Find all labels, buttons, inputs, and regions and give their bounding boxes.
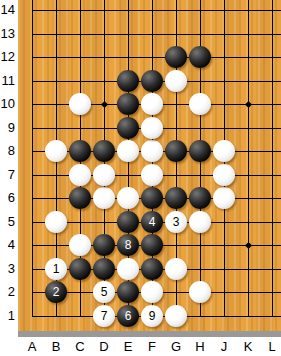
row-label-8: 8 — [0, 139, 15, 163]
white-stone-G3[interactable] — [165, 258, 187, 280]
col-label-D: D — [92, 338, 116, 355]
white-stone-J8[interactable] — [213, 140, 235, 162]
move-number-label: 7 — [101, 305, 108, 327]
black-stone-E10[interactable] — [117, 93, 139, 115]
black-stone-C3[interactable] — [69, 258, 91, 280]
move-number-label: 4 — [149, 211, 156, 233]
black-stone-C6[interactable] — [69, 187, 91, 209]
move-number-label: 6 — [125, 305, 132, 327]
white-stone-D2[interactable]: 5 — [93, 281, 115, 303]
white-stone-C10[interactable] — [69, 93, 91, 115]
black-stone-E2[interactable] — [117, 281, 139, 303]
white-stone-G1[interactable] — [165, 305, 187, 327]
white-stone-H5[interactable] — [189, 211, 211, 233]
col-label-B: B — [44, 338, 68, 355]
white-stone-J7[interactable] — [213, 164, 235, 186]
col-label-L: L — [260, 338, 281, 355]
move-number-label: 2 — [53, 281, 60, 303]
black-stone-B2[interactable]: 2 — [45, 281, 67, 303]
white-stone-F7[interactable] — [141, 164, 163, 186]
black-stone-G12[interactable] — [165, 46, 187, 68]
white-stone-D1[interactable]: 7 — [93, 305, 115, 327]
black-stone-H6[interactable] — [189, 187, 211, 209]
move-number-label: 9 — [149, 305, 156, 327]
white-stone-E6[interactable] — [117, 187, 139, 209]
black-stone-C8[interactable] — [69, 140, 91, 162]
col-label-C: C — [68, 338, 92, 355]
white-stone-F1[interactable]: 9 — [141, 305, 163, 327]
white-stone-J6[interactable] — [213, 187, 235, 209]
white-stone-G11[interactable] — [165, 70, 187, 92]
move-number-label: 3 — [173, 211, 180, 233]
row-label-3: 3 — [0, 257, 15, 281]
black-stone-F5[interactable]: 4 — [141, 211, 163, 233]
white-stone-H10[interactable] — [189, 93, 211, 115]
white-stone-H2[interactable] — [189, 281, 211, 303]
black-stone-E1[interactable]: 6 — [117, 305, 139, 327]
black-stone-G8[interactable] — [165, 140, 187, 162]
col-label-E: E — [116, 338, 140, 355]
row-coordinate-strip: 1413121110987654321 — [0, 0, 18, 356]
white-stone-B8[interactable] — [45, 140, 67, 162]
row-label-4: 4 — [0, 233, 15, 257]
row-label-6: 6 — [0, 186, 15, 210]
white-stone-F2[interactable] — [141, 281, 163, 303]
row-label-14: 14 — [0, 0, 15, 22]
row-label-12: 12 — [0, 45, 15, 69]
black-stone-F4[interactable] — [141, 234, 163, 256]
row-label-2: 2 — [0, 280, 15, 304]
white-stone-D6[interactable] — [93, 187, 115, 209]
row-label-11: 11 — [0, 69, 15, 93]
move-number-label: 5 — [101, 281, 108, 303]
go-app-window: 268417593 1413121110987654321 ABCDEFGHJK… — [0, 0, 281, 356]
black-stone-E5[interactable] — [117, 211, 139, 233]
star-point-K10 — [244, 100, 251, 107]
col-label-K: K — [236, 338, 260, 355]
black-stone-D3[interactable] — [93, 258, 115, 280]
col-label-H: H — [188, 338, 212, 355]
move-number-label: 1 — [53, 258, 60, 280]
white-stone-D7[interactable] — [93, 164, 115, 186]
black-stone-E4[interactable]: 8 — [117, 234, 139, 256]
col-label-G: G — [164, 338, 188, 355]
white-stone-G5[interactable]: 3 — [165, 211, 187, 233]
black-stone-H8[interactable] — [189, 140, 211, 162]
white-stone-F8[interactable] — [141, 140, 163, 162]
row-label-7: 7 — [0, 163, 15, 187]
white-stone-F9[interactable] — [141, 117, 163, 139]
col-label-J: J — [212, 338, 236, 355]
white-stone-C7[interactable] — [69, 164, 91, 186]
board-intersections: 268417593 — [20, 0, 281, 327]
col-label-A: A — [20, 338, 44, 355]
row-label-13: 13 — [0, 22, 15, 46]
black-stone-E11[interactable] — [117, 70, 139, 92]
black-stone-D4[interactable] — [93, 234, 115, 256]
star-point-K4 — [244, 241, 251, 248]
col-label-F: F — [140, 338, 164, 355]
black-stone-F6[interactable] — [141, 187, 163, 209]
white-stone-E3[interactable] — [117, 258, 139, 280]
white-stone-C4[interactable] — [69, 234, 91, 256]
white-stone-E8[interactable] — [117, 140, 139, 162]
black-stone-H12[interactable] — [189, 46, 211, 68]
black-stone-F11[interactable] — [141, 70, 163, 92]
move-number-label: 8 — [125, 234, 132, 256]
star-point-D10 — [100, 100, 107, 107]
row-label-1: 1 — [0, 304, 15, 328]
white-stone-B5[interactable] — [45, 211, 67, 233]
white-stone-F10[interactable] — [141, 93, 163, 115]
row-label-5: 5 — [0, 210, 15, 234]
black-stone-D8[interactable] — [93, 140, 115, 162]
go-board[interactable]: 268417593 — [18, 0, 281, 331]
row-label-10: 10 — [0, 92, 15, 116]
black-stone-F3[interactable] — [141, 258, 163, 280]
black-stone-E9[interactable] — [117, 117, 139, 139]
white-stone-B3[interactable]: 1 — [45, 258, 67, 280]
column-coordinate-strip: ABCDEFGHJKL — [0, 337, 281, 356]
row-label-9: 9 — [0, 116, 15, 140]
black-stone-G6[interactable] — [165, 187, 187, 209]
